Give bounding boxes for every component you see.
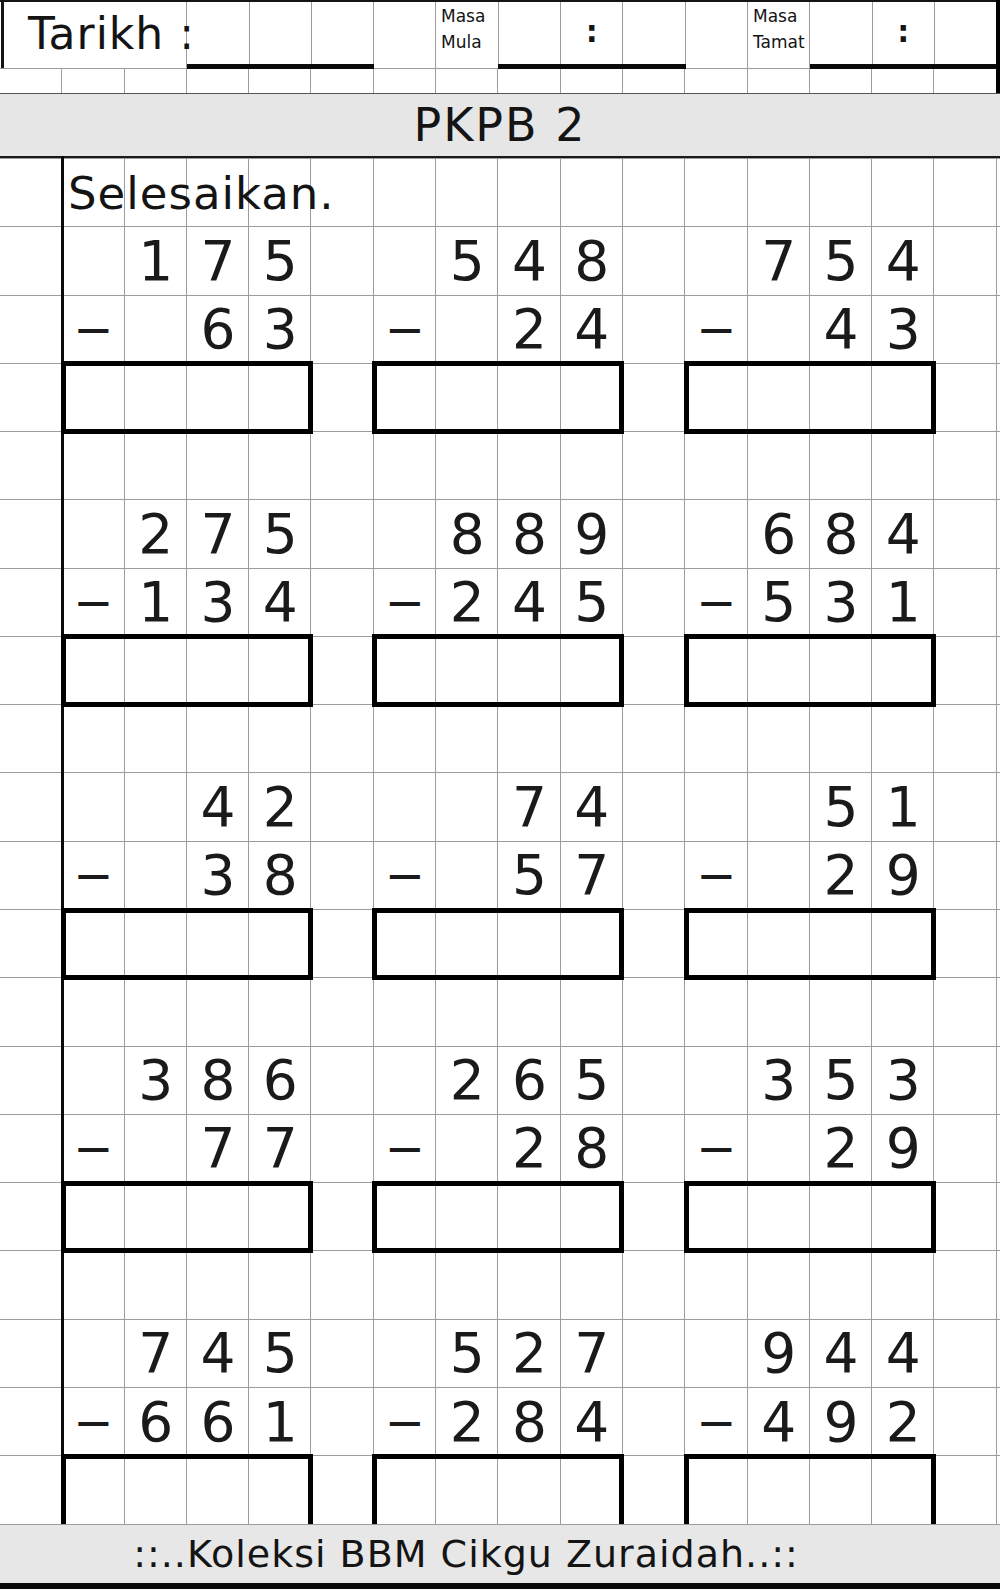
minuend-digit: 7 (187, 500, 249, 568)
subtrahend-digit: 6 (187, 1387, 249, 1455)
minuend-digit: 3 (748, 1046, 810, 1114)
minuend-digit: 4 (872, 500, 934, 568)
subtrahend-digit: 4 (748, 1387, 810, 1455)
minuend-digit: 7 (187, 227, 249, 295)
end-time-label: Masa Tamat (749, 4, 815, 55)
subtrahend-digit: 8 (249, 841, 311, 909)
subtrahend-digit: 8 (561, 1114, 623, 1182)
subtrahend-digit: 6 (187, 295, 249, 363)
minus-sign: − (685, 841, 747, 909)
minus-sign: − (374, 1114, 436, 1182)
minuend-digit: 7 (561, 1319, 623, 1387)
start-time-label-line2: Mula (441, 30, 482, 56)
answer-box[interactable] (684, 1454, 936, 1530)
subtrahend-digit: 5 (748, 568, 810, 636)
minuend-digit: 8 (810, 500, 872, 568)
date-blank-line[interactable] (187, 64, 374, 69)
subtrahend-digit: 9 (872, 1114, 934, 1182)
minuend-digit: 9 (561, 500, 623, 568)
subtrahend-digit: 8 (498, 1387, 560, 1455)
subtrahend-digit: 3 (249, 295, 311, 363)
answer-box[interactable] (684, 908, 936, 981)
minuend-digit: 4 (187, 773, 249, 841)
answer-box[interactable] (684, 1181, 936, 1254)
minuend-digit: 4 (187, 1319, 249, 1387)
header-thin-row (0, 68, 997, 94)
minuend-digit: 5 (436, 227, 498, 295)
subtrahend-digit: 3 (187, 568, 249, 636)
minus-sign: − (374, 841, 436, 909)
answer-box[interactable] (372, 1181, 624, 1254)
minuend-digit: 2 (125, 500, 187, 568)
minuend-digit: 7 (498, 773, 560, 841)
subtrahend-digit: 3 (810, 568, 872, 636)
subtrahend-digit: 3 (187, 841, 249, 909)
minuend-digit: 2 (436, 1046, 498, 1114)
footer-credit-text: ::..Koleksi BBM Cikgu Zuraidah..:: (133, 1532, 799, 1576)
minuend-digit: 3 (872, 1046, 934, 1114)
minuend-digit: 4 (872, 1319, 934, 1387)
subtrahend-digit: 2 (872, 1387, 934, 1455)
minuend-digit: 9 (748, 1319, 810, 1387)
answer-box[interactable] (684, 634, 936, 707)
answer-box[interactable] (372, 908, 624, 981)
date-label: Tarikh : (28, 0, 195, 66)
answer-box[interactable] (372, 1454, 624, 1530)
footer-bar: ::..Koleksi BBM Cikgu Zuraidah..:: (0, 1524, 1000, 1583)
minuend-digit: 4 (872, 227, 934, 295)
end-time-colon: : (872, 0, 934, 62)
minus-sign: − (62, 295, 124, 363)
subtrahend-digit: 9 (810, 1387, 872, 1455)
minuend-digit: 2 (249, 773, 311, 841)
minus-sign: − (685, 1114, 747, 1182)
page-title: PKPB 2 (413, 98, 586, 152)
answer-box[interactable] (61, 908, 313, 981)
start-time-label: Masa Mula (437, 4, 503, 55)
minus-sign: − (62, 568, 124, 636)
minuend-digit: 4 (810, 1319, 872, 1387)
subtrahend-digit: 2 (810, 841, 872, 909)
minuend-digit: 8 (436, 500, 498, 568)
minuend-digit: 3 (125, 1046, 187, 1114)
minuend-digit: 6 (498, 1046, 560, 1114)
answer-box[interactable] (61, 634, 313, 707)
start-time-colon: : (561, 0, 623, 62)
subtrahend-digit: 2 (498, 295, 560, 363)
minuend-digit: 6 (249, 1046, 311, 1114)
end-time-blank-line[interactable] (810, 64, 997, 69)
minuend-digit: 5 (810, 227, 872, 295)
subtrahend-digit: 4 (249, 568, 311, 636)
subtrahend-digit: 7 (187, 1114, 249, 1182)
minuend-digit: 5 (810, 773, 872, 841)
minus-sign: − (374, 568, 436, 636)
end-time-label-line1: Masa (753, 4, 797, 30)
answer-box[interactable] (61, 1181, 313, 1254)
footer-bottom-border (0, 1583, 1000, 1589)
subtrahend-digit: 1 (249, 1387, 311, 1455)
subtrahend-digit: 5 (498, 841, 560, 909)
minuend-digit: 1 (872, 773, 934, 841)
answer-box[interactable] (61, 1454, 313, 1530)
minuend-digit: 8 (498, 500, 560, 568)
minuend-digit: 5 (810, 1046, 872, 1114)
minuend-digit: 6 (748, 500, 810, 568)
minuend-digit: 1 (125, 227, 187, 295)
minuend-digit: 8 (187, 1046, 249, 1114)
minus-sign: − (685, 1387, 747, 1455)
subtrahend-digit: 4 (498, 568, 560, 636)
title-bar: PKPB 2 (0, 93, 1000, 158)
minuend-digit: 7 (748, 227, 810, 295)
minuend-digit: 5 (436, 1319, 498, 1387)
minus-sign: − (685, 295, 747, 363)
minuend-digit: 7 (125, 1319, 187, 1387)
minuend-digit: 5 (249, 227, 311, 295)
worksheet-page: Tarikh : Masa Mula : Masa Tamat : PKPB 2… (0, 0, 1000, 1591)
minuend-digit: 4 (498, 227, 560, 295)
subtrahend-digit: 9 (872, 841, 934, 909)
minus-sign: − (374, 295, 436, 363)
subtrahend-digit: 1 (125, 568, 187, 636)
subtrahend-digit: 2 (498, 1114, 560, 1182)
minuend-digit: 2 (498, 1319, 560, 1387)
subtrahend-digit: 7 (249, 1114, 311, 1182)
header-left-border (1, 0, 4, 68)
minuend-digit: 5 (249, 1319, 311, 1387)
minuend-digit: 5 (561, 1046, 623, 1114)
subtrahend-digit: 3 (872, 295, 934, 363)
subtrahend-digit: 6 (125, 1387, 187, 1455)
subtrahend-digit: 2 (810, 1114, 872, 1182)
minus-sign: − (62, 1387, 124, 1455)
subtrahend-digit: 2 (436, 568, 498, 636)
minus-sign: − (374, 1387, 436, 1455)
answer-box[interactable] (61, 361, 313, 434)
start-time-label-line1: Masa (441, 4, 485, 30)
instruction-text: Selesaikan. (68, 160, 335, 227)
subtrahend-digit: 1 (872, 568, 934, 636)
subtrahend-digit: 7 (561, 841, 623, 909)
subtrahend-digit: 2 (436, 1387, 498, 1455)
minuend-digit: 5 (249, 500, 311, 568)
minus-sign: − (62, 1114, 124, 1182)
answer-box[interactable] (372, 361, 624, 434)
minus-sign: − (685, 568, 747, 636)
end-time-label-line2: Tamat (753, 30, 805, 56)
start-time-blank-line[interactable] (498, 64, 686, 69)
answer-box[interactable] (372, 634, 624, 707)
subtrahend-digit: 4 (561, 295, 623, 363)
subtrahend-digit: 4 (561, 1387, 623, 1455)
minuend-digit: 4 (561, 773, 623, 841)
subtrahend-digit: 5 (561, 568, 623, 636)
minuend-digit: 8 (561, 227, 623, 295)
subtrahend-digit: 4 (810, 295, 872, 363)
minus-sign: − (62, 841, 124, 909)
answer-box[interactable] (684, 361, 936, 434)
